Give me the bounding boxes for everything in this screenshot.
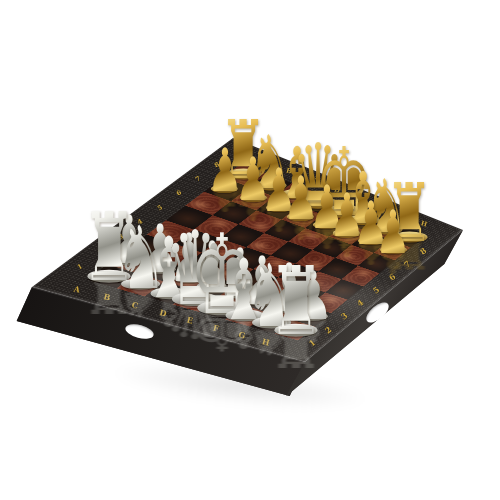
piece-black-pawn-h7[interactable]: ♟ [372, 212, 415, 260]
piece-white-rook-h1[interactable]: ♜ [262, 269, 330, 345]
product-photo: AABBCCDDEEFFGGHH1122334455667788 ♜♜♞♞♝♝♛… [0, 0, 500, 500]
